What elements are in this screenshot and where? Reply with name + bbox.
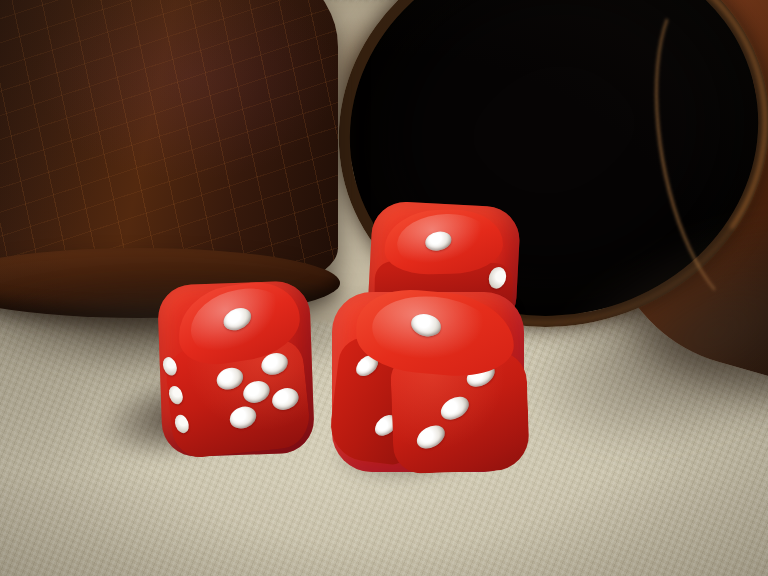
partial-pip [486,265,509,291]
die-left [157,280,315,457]
partial-pip [161,355,180,377]
partial-pip [167,384,186,406]
pip [227,404,260,433]
pip [436,392,472,424]
die-front [332,292,524,472]
pip [214,365,247,394]
pip [222,305,253,334]
pip [410,312,441,339]
dice-photo-scene [0,0,768,576]
pip [413,421,449,453]
pip [425,230,451,252]
pip [269,385,302,414]
pip [240,377,273,406]
die-left-left-edge [161,343,189,460]
standing-dice-cup [0,0,338,308]
